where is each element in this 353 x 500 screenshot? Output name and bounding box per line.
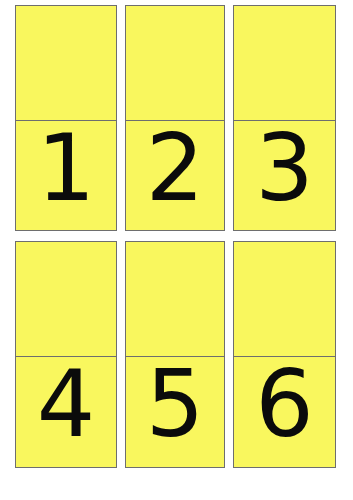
card-3-number-half: 3 <box>234 121 335 230</box>
card-4-numeral: 4 <box>37 359 96 451</box>
card-2-blank-half <box>126 6 224 121</box>
card-5-numeral: 5 <box>146 359 205 451</box>
card-2-number-half: 2 <box>126 121 224 230</box>
card-1-blank-half <box>16 6 116 121</box>
card-2-numeral: 2 <box>146 123 205 215</box>
card-6[interactable]: 6 <box>233 241 336 468</box>
card-3-blank-half <box>234 6 335 121</box>
card-5[interactable]: 5 <box>125 241 225 468</box>
card-1[interactable]: 1 <box>15 5 117 231</box>
card-1-numeral: 1 <box>37 123 96 215</box>
card-6-numeral: 6 <box>255 359 314 451</box>
card-5-blank-half <box>126 242 224 357</box>
card-4-blank-half <box>16 242 116 357</box>
card-4-number-half: 4 <box>16 357 116 467</box>
card-sheet: 1 2 3 4 5 6 <box>15 5 336 468</box>
card-3[interactable]: 3 <box>233 5 336 231</box>
card-5-number-half: 5 <box>126 357 224 467</box>
card-6-number-half: 6 <box>234 357 335 467</box>
card-1-number-half: 1 <box>16 121 116 230</box>
card-4[interactable]: 4 <box>15 241 117 468</box>
card-6-blank-half <box>234 242 335 357</box>
card-3-numeral: 3 <box>255 123 314 215</box>
card-2[interactable]: 2 <box>125 5 225 231</box>
